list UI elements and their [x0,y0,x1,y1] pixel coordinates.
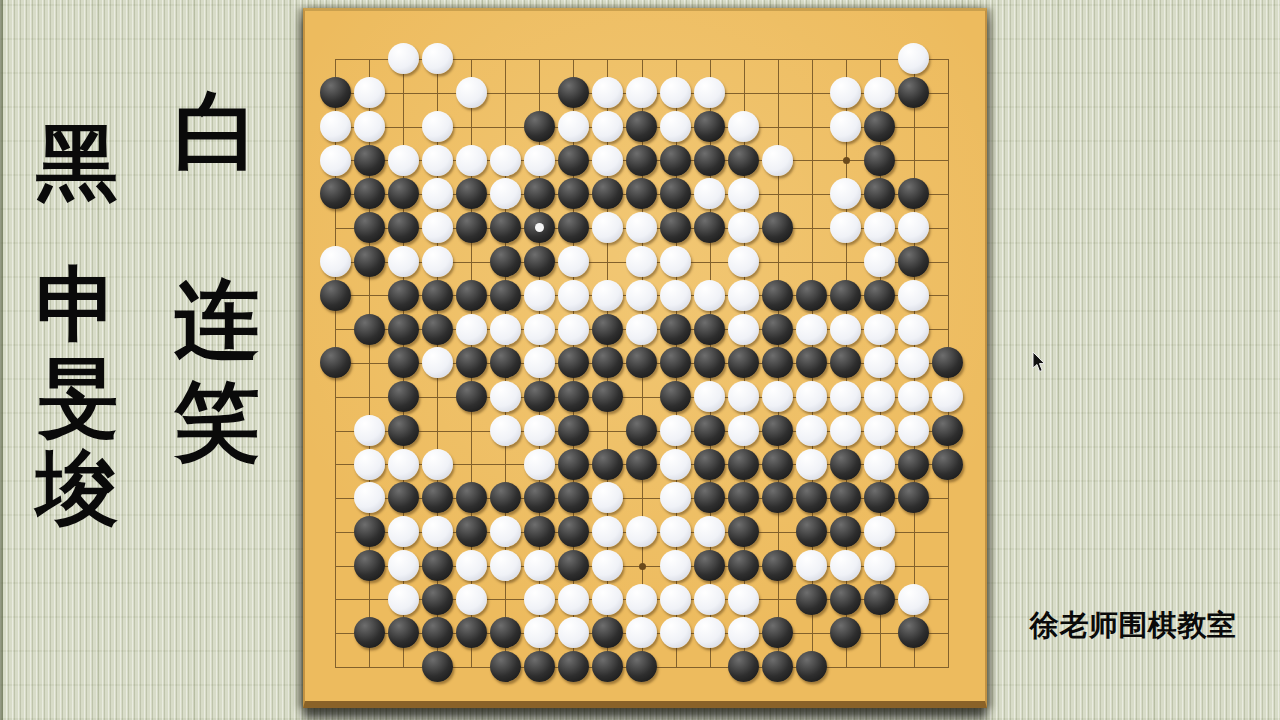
stone-black [524,111,555,142]
stone-black [864,584,895,615]
stone-black [898,77,929,108]
stone-black [524,482,555,513]
stone-white [898,43,929,74]
stone-black [456,280,487,311]
stone-black [354,145,385,176]
stone-white [830,178,861,209]
stone-white [422,178,453,209]
stone-white [524,617,555,648]
stone-white [558,111,589,142]
stone-white [694,178,725,209]
stone-white [660,280,691,311]
stone-white [558,584,589,615]
stone-black [456,516,487,547]
stone-black [796,347,827,378]
stone-black [558,212,589,243]
stone-black [354,550,385,581]
stone-black [558,145,589,176]
stone-white [660,415,691,446]
stone-white [456,550,487,581]
stone-black [558,449,589,480]
stone-white [490,516,521,547]
stone-white [354,449,385,480]
stone-black [898,178,929,209]
black-player-char-0: 黑 [22,116,132,208]
stone-black [558,381,589,412]
stone-black [626,347,657,378]
stone-white [456,314,487,345]
stone-black [592,314,623,345]
stone-white [864,516,895,547]
stone-black [524,246,555,277]
stone-white [660,77,691,108]
stone-white [626,516,657,547]
stone-black [524,381,555,412]
stone-white [320,246,351,277]
stone-white [864,415,895,446]
stone-white [456,145,487,176]
stone-black [728,347,759,378]
stone-white [354,482,385,513]
stone-white [830,381,861,412]
stone-black [796,482,827,513]
stone-white [592,516,623,547]
stone-white [592,584,623,615]
black-player-char-3: 埈 [22,442,132,534]
stone-white [864,212,895,243]
stone-white [422,516,453,547]
stone-white [660,246,691,277]
stone-white [864,449,895,480]
stone-white [626,246,657,277]
stone-white [694,280,725,311]
stone-black [422,550,453,581]
stone-black [728,651,759,682]
stone-black [762,314,793,345]
stone-black [558,347,589,378]
stone-black [660,145,691,176]
stone-white [558,617,589,648]
stone-black [490,246,521,277]
stone-black [524,516,555,547]
stone-black [660,381,691,412]
stone-white [422,43,453,74]
stone-black [558,77,589,108]
stone-black [388,415,419,446]
stone-white [422,212,453,243]
stone-black [626,145,657,176]
white-player-char-1: 连 [162,272,272,366]
stone-black [728,550,759,581]
stone-black [354,178,385,209]
stone-black [626,111,657,142]
stone-black [660,347,691,378]
stone-white [626,212,657,243]
screenshot-stage: 黑申旻埈 白连笑 徐老师围棋教室 [0,0,1280,720]
stone-black [762,651,793,682]
stone-white [660,111,691,142]
stone-black [354,516,385,547]
stone-black [864,280,895,311]
stone-white [864,550,895,581]
stone-black [796,584,827,615]
stone-white [524,584,555,615]
stone-white [490,550,521,581]
stone-black [864,482,895,513]
stone-black [762,617,793,648]
stone-black [626,178,657,209]
stone-white [456,584,487,615]
stone-white [388,246,419,277]
stone-black [660,178,691,209]
stone-black [694,482,725,513]
stone-black [524,212,555,243]
stone-black [864,111,895,142]
stone-white [728,111,759,142]
stone-white [592,482,623,513]
stone-white [898,381,929,412]
black-player-char-1: 申 [22,258,132,350]
stone-black [388,347,419,378]
stone-white [558,314,589,345]
stone-white [388,516,419,547]
stones-layer [318,42,965,684]
stone-black [422,617,453,648]
stone-black [932,449,963,480]
stone-black [354,212,385,243]
stone-white [660,584,691,615]
stone-white [456,77,487,108]
stone-black [456,617,487,648]
stone-white [524,449,555,480]
stone-black [456,347,487,378]
black-player-char-2: 旻 [22,350,132,442]
stone-white [762,145,793,176]
stone-black [320,347,351,378]
stone-black [320,77,351,108]
stone-black [660,314,691,345]
stone-white [592,280,623,311]
stone-white [694,617,725,648]
stone-white [592,550,623,581]
stone-black [694,347,725,378]
stone-white [626,314,657,345]
stone-black [932,415,963,446]
stone-white [320,111,351,142]
stone-black [388,212,419,243]
stone-white [694,381,725,412]
stone-black [320,280,351,311]
stone-white [864,314,895,345]
stone-black [830,617,861,648]
stone-white [592,212,623,243]
stone-white [728,178,759,209]
stone-white [898,584,929,615]
stone-white [796,449,827,480]
stone-black [422,651,453,682]
stone-black [524,178,555,209]
stone-white [524,415,555,446]
stone-black [422,280,453,311]
stone-white [354,415,385,446]
stone-black [864,178,895,209]
stone-white [864,381,895,412]
stone-black [762,550,793,581]
stone-black [456,482,487,513]
stone-black [354,617,385,648]
stone-white [932,381,963,412]
stone-white [592,77,623,108]
stone-white [660,617,691,648]
stone-white [728,381,759,412]
stone-white [728,617,759,648]
stone-black [558,550,589,581]
stone-white [626,280,657,311]
stone-black [898,246,929,277]
stone-white [830,415,861,446]
stone-black [592,449,623,480]
stone-black [592,651,623,682]
stone-black [456,178,487,209]
stone-white [490,145,521,176]
stone-black [694,314,725,345]
stone-black [898,617,929,648]
stone-black [898,482,929,513]
stone-white [898,212,929,243]
stone-white [626,584,657,615]
stone-black [728,145,759,176]
stone-black [694,449,725,480]
stone-white [354,111,385,142]
stone-black [592,381,623,412]
stone-white [728,314,759,345]
stone-white [796,381,827,412]
stone-white [388,550,419,581]
stone-black [490,617,521,648]
stone-white [864,77,895,108]
stone-black [830,449,861,480]
stone-white [320,145,351,176]
stone-black [422,314,453,345]
stone-black [490,347,521,378]
stone-white [796,415,827,446]
stone-white [728,212,759,243]
stone-white [490,314,521,345]
stone-white [830,314,861,345]
stone-white [796,314,827,345]
stone-black [728,516,759,547]
stone-black [728,449,759,480]
stone-black [558,516,589,547]
stone-black [762,482,793,513]
stone-white [354,77,385,108]
stone-black [626,449,657,480]
stone-white [490,381,521,412]
stone-white [524,347,555,378]
stone-black [694,111,725,142]
stone-black [762,212,793,243]
stone-white [524,314,555,345]
stone-black [796,516,827,547]
stone-white [796,550,827,581]
stone-black [558,415,589,446]
stone-black [932,347,963,378]
stone-black [388,381,419,412]
stone-black [728,482,759,513]
stone-white [830,212,861,243]
stone-white [830,111,861,142]
stone-white [388,43,419,74]
stone-white [524,550,555,581]
stone-black [388,482,419,513]
stone-black [388,617,419,648]
stone-black [762,347,793,378]
stone-black [694,145,725,176]
stone-white [592,145,623,176]
stone-black [456,381,487,412]
stone-black [796,651,827,682]
stone-white [388,449,419,480]
stone-white [694,516,725,547]
stone-black [524,651,555,682]
stone-white [490,178,521,209]
stone-white [694,77,725,108]
stone-black [422,482,453,513]
stone-white [422,145,453,176]
stone-black [762,280,793,311]
stone-white [762,381,793,412]
stone-black [830,347,861,378]
stone-black [592,617,623,648]
stone-black [830,516,861,547]
stone-black [694,550,725,581]
channel-caption: 徐老师围棋教室 [1030,606,1260,646]
stone-black [490,482,521,513]
stone-black [388,280,419,311]
stone-white [626,617,657,648]
stone-black [898,449,929,480]
stone-white [898,347,929,378]
stone-black [694,415,725,446]
stone-white [660,449,691,480]
stone-white [422,111,453,142]
stone-black [626,651,657,682]
stone-black [864,145,895,176]
stone-white [728,584,759,615]
mouse-cursor [1032,352,1046,377]
stone-white [830,77,861,108]
stone-black [762,415,793,446]
stone-black [592,347,623,378]
stone-white [694,584,725,615]
white-player-label-column: 白连笑 [162,84,272,468]
stone-white [898,415,929,446]
stone-white [898,314,929,345]
stone-white [422,347,453,378]
stone-white [422,449,453,480]
stone-black [490,651,521,682]
stone-black [388,178,419,209]
stone-white [830,550,861,581]
stone-black [490,212,521,243]
black-player-label-column: 黑申旻埈 [22,116,132,534]
stone-white [728,280,759,311]
stone-black [422,584,453,615]
stone-white [524,280,555,311]
stone-black [660,212,691,243]
stone-black [830,482,861,513]
stone-black [354,246,385,277]
stone-black [354,314,385,345]
stone-white [660,482,691,513]
last-move-marker [535,223,544,232]
stone-black [592,178,623,209]
stone-black [694,212,725,243]
stone-black [830,584,861,615]
white-player-char-0: 白 [162,84,272,178]
stone-black [558,178,589,209]
stone-black [490,280,521,311]
white-player-char-2: 笑 [162,374,272,468]
stone-black [762,449,793,480]
stone-black [320,178,351,209]
stone-black [558,482,589,513]
stone-black [830,280,861,311]
stone-white [864,347,895,378]
stone-white [728,246,759,277]
stone-white [660,516,691,547]
stone-white [626,77,657,108]
stone-white [558,246,589,277]
stone-white [728,415,759,446]
stone-white [524,145,555,176]
stone-white [388,145,419,176]
stone-black [388,314,419,345]
stone-white [422,246,453,277]
stone-black [456,212,487,243]
stone-white [898,280,929,311]
stone-white [864,246,895,277]
stone-white [490,415,521,446]
stone-white [660,550,691,581]
stone-white [558,280,589,311]
stone-white [592,111,623,142]
stone-black [558,651,589,682]
stone-white [388,584,419,615]
stone-black [796,280,827,311]
stone-black [626,415,657,446]
tatami-left-edge [0,0,3,720]
